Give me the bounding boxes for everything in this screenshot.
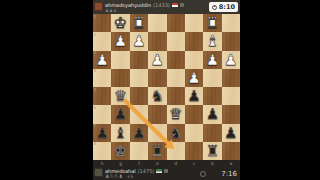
square-e5[interactable]: ♞	[148, 87, 166, 105]
bottom-player-rating: (1475)	[138, 168, 155, 174]
rank-label: 5	[94, 88, 97, 92]
square-e4[interactable]	[148, 69, 166, 87]
piece-wP[interactable]: ♟	[224, 51, 237, 69]
square-f7[interactable]: ♟	[130, 124, 148, 142]
file-coordinates: hgfedcba	[93, 160, 240, 167]
square-g2[interactable]: ♟	[111, 32, 129, 50]
piece-bP[interactable]: ♟	[114, 105, 127, 123]
square-a4[interactable]	[222, 69, 240, 87]
video-frame: ahmadsyahyuddin (1433) ♟♟♝ 8:10 1♚♜♜2♟♟♝…	[0, 0, 320, 180]
square-c7[interactable]	[185, 124, 203, 142]
top-player-rating: (1433)	[153, 2, 170, 8]
square-e6[interactable]	[148, 105, 166, 123]
board-area: 1♚♜♜2♟♟♝3♟♟♟♟4♟5♛♞♟6♟♛♟7♟♝♟♞♟8♚♜♜	[93, 14, 240, 160]
bottom-player-time: 7:16	[221, 170, 237, 178]
piece-wR[interactable]: ♜	[206, 14, 219, 32]
bottom-player-flag-icon	[156, 169, 162, 173]
square-a5[interactable]	[222, 87, 240, 105]
square-b6[interactable]: ♟	[203, 105, 221, 123]
square-f3[interactable]	[130, 51, 148, 69]
square-g6[interactable]: ♟	[111, 105, 129, 123]
piece-bN[interactable]: ♞	[151, 87, 164, 105]
piece-bP[interactable]: ♟	[187, 87, 200, 105]
piece-wP[interactable]: ♟	[151, 51, 164, 69]
square-d4[interactable]	[167, 69, 185, 87]
bottom-captured-pieces: ♙♘♘♗	[105, 173, 123, 179]
piece-wP[interactable]: ♟	[95, 51, 108, 69]
file-label-e: e	[148, 160, 166, 167]
square-b8[interactable]: ♜	[203, 142, 221, 160]
square-d7[interactable]: ♞	[167, 124, 185, 142]
square-h7[interactable]: 7♟	[93, 124, 111, 142]
file-label-a: a	[222, 160, 240, 167]
top-player-flag-icon	[172, 3, 178, 7]
piece-bP[interactable]: ♟	[132, 124, 145, 142]
square-h3[interactable]: 3♟	[93, 51, 111, 69]
square-c6[interactable]	[185, 105, 203, 123]
give-time-icon[interactable]	[200, 171, 206, 177]
square-b1[interactable]: ♜	[203, 14, 221, 32]
rank-label: 2	[94, 33, 97, 37]
top-player-avatar[interactable]	[94, 2, 103, 11]
file-label-h: h	[93, 160, 111, 167]
file-label-f: f	[130, 160, 148, 167]
top-player-bar: ahmadsyahyuddin (1433) ♟♟♝ 8:10	[93, 0, 240, 14]
square-f4[interactable]	[130, 69, 148, 87]
square-d2[interactable]	[167, 32, 185, 50]
piece-bK[interactable]: ♚	[114, 142, 127, 160]
square-h4[interactable]: 4	[93, 69, 111, 87]
piece-wP[interactable]: ♟	[206, 51, 219, 69]
square-g5[interactable]: ♛	[111, 87, 129, 105]
rank-label: 1	[94, 15, 97, 19]
piece-bR[interactable]: ♜	[151, 142, 164, 160]
piece-wP[interactable]: ♟	[132, 32, 145, 50]
piece-wP[interactable]: ♟	[114, 32, 127, 50]
square-e2[interactable]	[148, 32, 166, 50]
square-f1[interactable]: ♜	[130, 14, 148, 32]
square-e8[interactable]: ♜	[148, 142, 166, 160]
top-captured-pieces: ♟♟♝	[105, 8, 117, 13]
bottom-player-bar: ahmedsahal (1475) ♙♘♘♗ +5 7:16	[93, 167, 240, 180]
square-d6[interactable]: ♛	[167, 105, 185, 123]
square-f2[interactable]: ♟	[130, 32, 148, 50]
piece-wR[interactable]: ♜	[132, 14, 145, 32]
square-g1[interactable]: ♚	[111, 14, 129, 32]
file-label-g: g	[111, 160, 129, 167]
square-f6[interactable]	[130, 105, 148, 123]
file-label-c: c	[185, 160, 203, 167]
chess-board: 1♚♜♜2♟♟♝3♟♟♟♟4♟5♛♞♟6♟♛♟7♟♝♟♞♟8♚♜♜	[93, 14, 240, 160]
piece-wQ[interactable]: ♛	[169, 105, 182, 123]
piece-bN[interactable]: ♞	[169, 124, 182, 142]
square-e7[interactable]	[148, 124, 166, 142]
square-d8[interactable]	[167, 142, 185, 160]
square-h2[interactable]: 2	[93, 32, 111, 50]
square-c3[interactable]	[185, 51, 203, 69]
square-c4[interactable]: ♟	[185, 69, 203, 87]
square-d3[interactable]	[167, 51, 185, 69]
square-h5[interactable]: 5	[93, 87, 111, 105]
piece-bP[interactable]: ♟	[95, 124, 108, 142]
piece-bP[interactable]: ♟	[206, 105, 219, 123]
piece-bR[interactable]: ♜	[206, 142, 219, 160]
square-f8[interactable]	[130, 142, 148, 160]
square-g3[interactable]	[111, 51, 129, 69]
square-c5[interactable]: ♟	[185, 87, 203, 105]
square-e1[interactable]	[148, 14, 166, 32]
square-c1[interactable]	[185, 14, 203, 32]
piece-bB[interactable]: ♝	[114, 124, 127, 142]
square-b7[interactable]	[203, 124, 221, 142]
square-b4[interactable]	[203, 69, 221, 87]
rank-label: 4	[94, 69, 97, 73]
square-c8[interactable]	[185, 142, 203, 160]
top-player-clock: 8:10	[209, 2, 238, 12]
piece-wB[interactable]: ♝	[206, 32, 219, 50]
rank-label: 6	[94, 106, 97, 110]
piece-bQ[interactable]: ♛	[114, 87, 127, 105]
top-player-badge-icon	[180, 3, 184, 7]
square-h6[interactable]: 6	[93, 105, 111, 123]
square-f5[interactable]	[130, 87, 148, 105]
square-h1[interactable]: 1	[93, 14, 111, 32]
square-c2[interactable]	[185, 32, 203, 50]
top-player-time: 8:10	[219, 3, 235, 11]
square-a7[interactable]: ♟	[222, 124, 240, 142]
piece-wK[interactable]: ♚	[114, 14, 127, 32]
square-b3[interactable]: ♟	[203, 51, 221, 69]
rank-label: 8	[94, 142, 97, 146]
file-label-d: d	[167, 160, 185, 167]
square-a6[interactable]	[222, 105, 240, 123]
clock-icon	[212, 5, 217, 10]
square-a2[interactable]	[222, 32, 240, 50]
material-score: +5	[127, 174, 134, 179]
square-d5[interactable]	[167, 87, 185, 105]
square-g7[interactable]: ♝	[111, 124, 129, 142]
piece-bP[interactable]: ♟	[224, 124, 237, 142]
file-label-b: b	[203, 160, 221, 167]
square-e3[interactable]: ♟	[148, 51, 166, 69]
bottom-player-badge-icon	[164, 169, 168, 173]
square-a8[interactable]	[222, 142, 240, 160]
square-g8[interactable]: ♚	[111, 142, 129, 160]
square-b5[interactable]	[203, 87, 221, 105]
square-a1[interactable]	[222, 14, 240, 32]
square-d1[interactable]	[167, 14, 185, 32]
piece-wP[interactable]: ♟	[187, 69, 200, 87]
bottom-player-avatar[interactable]	[94, 168, 103, 177]
square-a3[interactable]: ♟	[222, 51, 240, 69]
square-h8[interactable]: 8	[93, 142, 111, 160]
chess-app: ahmadsyahyuddin (1433) ♟♟♝ 8:10 1♚♜♜2♟♟♝…	[93, 0, 240, 180]
square-g4[interactable]	[111, 69, 129, 87]
square-b2[interactable]: ♝	[203, 32, 221, 50]
